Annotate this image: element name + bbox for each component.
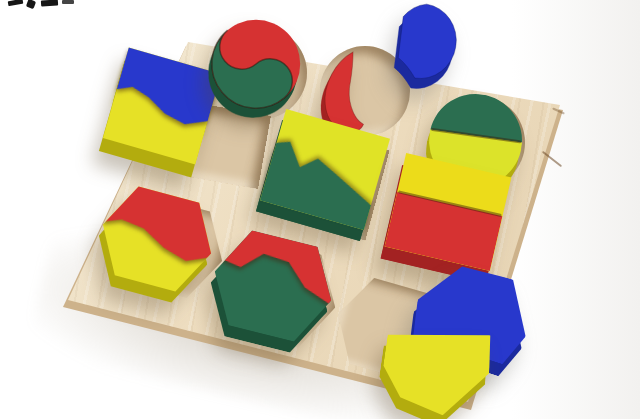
piece-circle-segment-blue[interactable] (383, 2, 457, 80)
piece-half-red (202, 221, 344, 351)
piece-hexagon-red-green[interactable] (213, 234, 333, 338)
piece-hexagon-red-yellow[interactable] (101, 190, 213, 288)
photo-stage (0, 0, 640, 419)
yinyang-circle-graphic (209, 17, 303, 111)
watermark-stroke (26, 0, 36, 9)
piece-half-green (260, 109, 390, 230)
piece-circle-red-green-yinyang[interactable] (209, 17, 303, 111)
circle-segment-graphic (378, 0, 462, 85)
watermark-stroke (62, 0, 74, 4)
piece-pentagon-yellow-hexagon-bottom-half[interactable] (383, 328, 489, 414)
piece-square-blue-yellow[interactable] (114, 59, 210, 153)
piece-half-blue (103, 48, 221, 165)
piece-square-yellow-green[interactable] (271, 122, 379, 217)
piece-square-yellow-red[interactable] (394, 164, 502, 260)
watermark-stroke (8, 0, 24, 6)
piece-half-red (385, 192, 503, 271)
piece-half-red (90, 177, 224, 301)
watermark-stroke (41, 0, 58, 7)
